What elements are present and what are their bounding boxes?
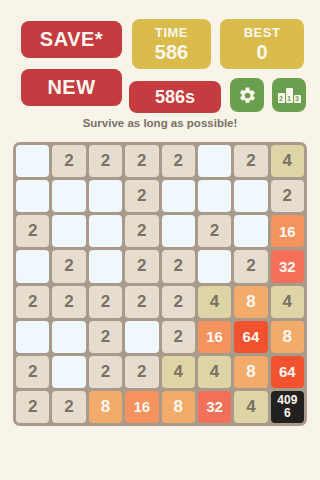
tile-16: 16 (125, 391, 158, 423)
gear-icon (238, 86, 257, 105)
tile-16: 16 (198, 321, 231, 353)
tile-2: 2 (52, 145, 85, 177)
empty-cell (198, 180, 231, 212)
tile-2: 2 (234, 250, 267, 282)
tile-8: 8 (271, 321, 304, 353)
tile-32: 32 (271, 250, 304, 282)
empty-cell (16, 321, 49, 353)
tile-2: 2 (125, 286, 158, 318)
tile-32: 32 (198, 391, 231, 423)
best-label: BEST (244, 25, 281, 41)
empty-cell (52, 215, 85, 247)
tile-2: 2 (198, 215, 231, 247)
empty-cell (89, 215, 122, 247)
empty-cell (162, 215, 195, 247)
tile-2: 2 (125, 250, 158, 282)
tile-8: 8 (234, 356, 267, 388)
empty-cell (234, 215, 267, 247)
empty-cell (52, 180, 85, 212)
timer-button[interactable]: 586s (129, 81, 221, 113)
tile-2: 2 (16, 356, 49, 388)
tile-2: 2 (89, 145, 122, 177)
tile-8: 8 (234, 286, 267, 318)
empty-cell (52, 321, 85, 353)
empty-cell (234, 180, 267, 212)
tile-4: 4 (162, 356, 195, 388)
empty-cell (198, 145, 231, 177)
time-value: 586 (155, 41, 188, 63)
tile-2: 2 (16, 391, 49, 423)
empty-cell (52, 356, 85, 388)
empty-cell (198, 250, 231, 282)
best-value: 0 (256, 41, 267, 63)
tile-2: 2 (89, 356, 122, 388)
tile-2: 2 (125, 356, 158, 388)
tile-2: 2 (162, 250, 195, 282)
tile-2: 2 (52, 286, 85, 318)
tile-4: 4 (234, 391, 267, 423)
tile-8: 8 (89, 391, 122, 423)
tile-64: 64 (234, 321, 267, 353)
tile-2: 2 (125, 145, 158, 177)
tagline: Survive as long as possible! (0, 117, 320, 129)
empty-cell (16, 250, 49, 282)
tile-64: 64 (271, 356, 304, 388)
tile-4: 4 (271, 286, 304, 318)
best-score-panel: BEST 0 (220, 19, 304, 69)
time-score-panel: TIME 586 (132, 19, 211, 69)
tile-2: 2 (89, 286, 122, 318)
tile-2: 2 (162, 286, 195, 318)
tile-4: 4 (198, 286, 231, 318)
settings-button[interactable] (230, 78, 264, 112)
empty-cell (125, 321, 158, 353)
tile-2: 2 (16, 286, 49, 318)
leaderboard-button[interactable]: 2 1 3 (272, 78, 306, 112)
tile-2: 2 (16, 215, 49, 247)
tile-2: 2 (162, 145, 195, 177)
empty-cell (89, 250, 122, 282)
tile-16: 16 (271, 215, 304, 247)
game-screen: SAVE* NEW TIME 586 BEST 0 586s 2 1 3 Sur… (0, 0, 320, 480)
new-game-button[interactable]: NEW (21, 69, 122, 106)
tile-2: 2 (52, 250, 85, 282)
tile-2: 2 (234, 145, 267, 177)
tile-2: 2 (89, 321, 122, 353)
game-board[interactable]: 2222242222216222232222224842216648222448… (13, 142, 307, 426)
tile-8: 8 (162, 391, 195, 423)
tile-2: 2 (125, 180, 158, 212)
empty-cell (16, 145, 49, 177)
tile-2: 2 (125, 215, 158, 247)
tile-2: 2 (162, 321, 195, 353)
empty-cell (16, 180, 49, 212)
save-button[interactable]: SAVE* (21, 21, 122, 58)
tile-2: 2 (271, 180, 304, 212)
podium-icon: 2 1 3 (278, 88, 301, 103)
tile-4096: 4096 (271, 391, 304, 423)
empty-cell (162, 180, 195, 212)
tile-2: 2 (52, 391, 85, 423)
empty-cell (89, 180, 122, 212)
tile-4: 4 (271, 145, 304, 177)
tile-4: 4 (198, 356, 231, 388)
time-label: TIME (155, 25, 188, 41)
